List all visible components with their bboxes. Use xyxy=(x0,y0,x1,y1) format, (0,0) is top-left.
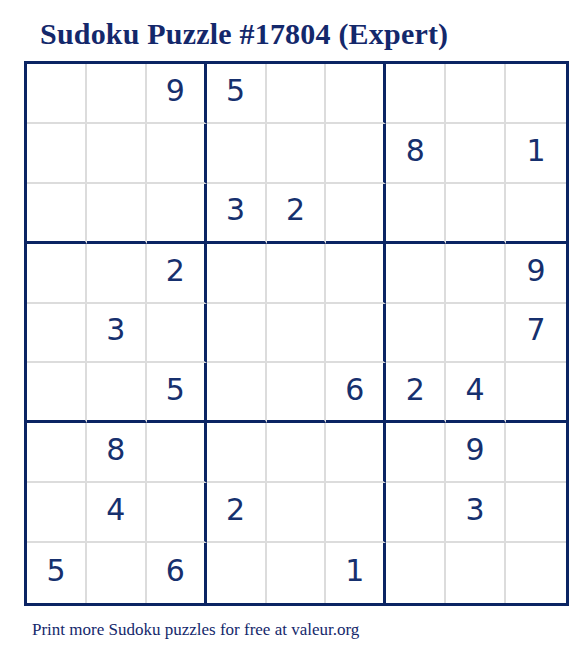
cell-r5c5[interactable] xyxy=(267,304,327,364)
cell-r7c6[interactable] xyxy=(326,423,386,483)
cell-r9c5[interactable] xyxy=(267,543,327,603)
cell-r8c9[interactable] xyxy=(506,483,566,543)
cell-r9c9[interactable] xyxy=(506,543,566,603)
given-digit-r8c8[interactable]: 3 xyxy=(446,483,506,543)
cell-r3c8[interactable] xyxy=(446,184,506,244)
given-digit-r7c2[interactable]: 8 xyxy=(87,423,147,483)
cell-r5c8[interactable] xyxy=(446,304,506,364)
cell-r8c1[interactable] xyxy=(27,483,87,543)
given-digit-r9c6[interactable]: 1 xyxy=(326,543,386,603)
given-digit-r7c8[interactable]: 9 xyxy=(446,423,506,483)
cell-r3c6[interactable] xyxy=(326,184,386,244)
given-digit-r1c4[interactable]: 5 xyxy=(207,64,267,124)
cell-r6c2[interactable] xyxy=(87,363,147,423)
cell-r1c8[interactable] xyxy=(446,64,506,124)
cell-r7c7[interactable] xyxy=(386,423,446,483)
given-digit-r1c3[interactable]: 9 xyxy=(147,64,207,124)
given-digit-r2c7[interactable]: 8 xyxy=(386,124,446,184)
given-digit-r5c2[interactable]: 3 xyxy=(87,304,147,364)
cell-r7c3[interactable] xyxy=(147,423,207,483)
cell-r1c7[interactable] xyxy=(386,64,446,124)
given-digit-r2c9[interactable]: 1 xyxy=(506,124,566,184)
cell-r4c5[interactable] xyxy=(267,244,327,304)
given-digit-r9c3[interactable]: 6 xyxy=(147,543,207,603)
given-digit-r8c4[interactable]: 2 xyxy=(207,483,267,543)
cell-r8c7[interactable] xyxy=(386,483,446,543)
given-digit-r6c3[interactable]: 5 xyxy=(147,363,207,423)
cell-r5c7[interactable] xyxy=(386,304,446,364)
cell-r9c4[interactable] xyxy=(207,543,267,603)
cell-r2c2[interactable] xyxy=(87,124,147,184)
given-digit-r8c2[interactable]: 4 xyxy=(87,483,147,543)
cell-r6c9[interactable] xyxy=(506,363,566,423)
cell-r8c3[interactable] xyxy=(147,483,207,543)
given-digit-r6c6[interactable]: 6 xyxy=(326,363,386,423)
cell-r6c5[interactable] xyxy=(267,363,327,423)
cell-r1c1[interactable] xyxy=(27,64,87,124)
cell-r9c7[interactable] xyxy=(386,543,446,603)
printable-sudoku-page: Sudoku Puzzle #17804 (Expert) 9581322937… xyxy=(0,0,580,651)
cell-r4c6[interactable] xyxy=(326,244,386,304)
cell-r4c8[interactable] xyxy=(446,244,506,304)
sudoku-board: 9581322937562489423561 xyxy=(24,61,569,606)
given-digit-r5c9[interactable]: 7 xyxy=(506,304,566,364)
cell-r2c8[interactable] xyxy=(446,124,506,184)
cell-r3c7[interactable] xyxy=(386,184,446,244)
cell-r2c4[interactable] xyxy=(207,124,267,184)
cell-r6c1[interactable] xyxy=(27,363,87,423)
cell-r4c7[interactable] xyxy=(386,244,446,304)
cell-r3c3[interactable] xyxy=(147,184,207,244)
cell-r4c2[interactable] xyxy=(87,244,147,304)
given-digit-r3c5[interactable]: 2 xyxy=(267,184,327,244)
cell-r5c6[interactable] xyxy=(326,304,386,364)
given-digit-r6c8[interactable]: 4 xyxy=(446,363,506,423)
cell-r5c3[interactable] xyxy=(147,304,207,364)
cell-r2c3[interactable] xyxy=(147,124,207,184)
cell-r9c8[interactable] xyxy=(446,543,506,603)
cell-r7c5[interactable] xyxy=(267,423,327,483)
cell-r9c2[interactable] xyxy=(87,543,147,603)
cell-r2c6[interactable] xyxy=(326,124,386,184)
cell-r5c4[interactable] xyxy=(207,304,267,364)
cell-r6c4[interactable] xyxy=(207,363,267,423)
cell-r4c4[interactable] xyxy=(207,244,267,304)
cell-r4c1[interactable] xyxy=(27,244,87,304)
cell-r3c1[interactable] xyxy=(27,184,87,244)
cell-r1c5[interactable] xyxy=(267,64,327,124)
cell-r1c2[interactable] xyxy=(87,64,147,124)
cell-r3c2[interactable] xyxy=(87,184,147,244)
cell-r1c6[interactable] xyxy=(326,64,386,124)
given-digit-r6c7[interactable]: 2 xyxy=(386,363,446,423)
given-digit-r4c3[interactable]: 2 xyxy=(147,244,207,304)
cell-r8c5[interactable] xyxy=(267,483,327,543)
cell-r2c5[interactable] xyxy=(267,124,327,184)
given-digit-r4c9[interactable]: 9 xyxy=(506,244,566,304)
cell-r2c1[interactable] xyxy=(27,124,87,184)
given-digit-r3c4[interactable]: 3 xyxy=(207,184,267,244)
page-title: Sudoku Puzzle #17804 (Expert) xyxy=(40,17,580,51)
given-digit-r9c1[interactable]: 5 xyxy=(27,543,87,603)
footer-text: Print more Sudoku puzzles for free at va… xyxy=(32,619,580,641)
cell-r7c9[interactable] xyxy=(506,423,566,483)
cell-r3c9[interactable] xyxy=(506,184,566,244)
cell-r7c4[interactable] xyxy=(207,423,267,483)
cell-r7c1[interactable] xyxy=(27,423,87,483)
cell-r8c6[interactable] xyxy=(326,483,386,543)
cell-r1c9[interactable] xyxy=(506,64,566,124)
cell-r5c1[interactable] xyxy=(27,304,87,364)
